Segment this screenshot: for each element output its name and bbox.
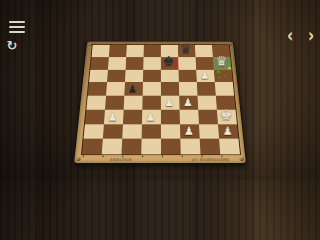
square-d8[interactable] bbox=[144, 45, 161, 57]
screw-icon bbox=[76, 157, 80, 161]
square-b2[interactable] bbox=[103, 124, 123, 139]
square-a5[interactable] bbox=[88, 82, 107, 95]
chess-board: ANALYSIS #1 BOARDGAME ★ ♛♚♛♟♟♟♟♟♟♚♟♟ +++ bbox=[73, 41, 247, 164]
square-e1[interactable] bbox=[161, 139, 181, 155]
frame-engraving-left: ANALYSIS bbox=[110, 157, 132, 162]
restart-icon[interactable] bbox=[4, 38, 20, 54]
screw-icon bbox=[239, 157, 243, 161]
square-e2[interactable] bbox=[161, 124, 180, 139]
square-g8[interactable] bbox=[195, 45, 213, 57]
square-f8[interactable] bbox=[178, 45, 196, 57]
square-f2[interactable] bbox=[180, 124, 200, 139]
square-h2[interactable] bbox=[218, 124, 239, 139]
chevron-right-icon[interactable]: › bbox=[308, 27, 314, 45]
square-g7[interactable] bbox=[196, 57, 214, 69]
square-g6[interactable] bbox=[196, 69, 215, 82]
square-e8[interactable] bbox=[161, 45, 178, 57]
square-b8[interactable] bbox=[109, 45, 127, 57]
highlight-check-red bbox=[161, 57, 179, 69]
square-a8[interactable] bbox=[92, 45, 110, 57]
chevron-left-icon[interactable]: ‹ bbox=[287, 27, 293, 45]
square-d2[interactable] bbox=[142, 124, 161, 139]
square-g3[interactable] bbox=[198, 110, 218, 124]
frame-engraving-right: #1 BOARDGAME bbox=[192, 157, 230, 162]
square-e3[interactable] bbox=[161, 110, 180, 124]
square-d3[interactable] bbox=[142, 110, 161, 124]
square-c2[interactable] bbox=[122, 124, 142, 139]
square-h4[interactable] bbox=[216, 96, 236, 110]
square-c5[interactable] bbox=[124, 82, 143, 95]
square-f1[interactable] bbox=[180, 139, 200, 155]
square-d7[interactable] bbox=[143, 57, 161, 69]
square-c8[interactable] bbox=[126, 45, 144, 57]
square-c4[interactable] bbox=[124, 96, 143, 110]
square-b7[interactable] bbox=[108, 57, 126, 69]
square-f5[interactable] bbox=[179, 82, 198, 95]
square-c3[interactable] bbox=[123, 110, 142, 124]
menu-icon[interactable] bbox=[9, 21, 25, 33]
square-a3[interactable] bbox=[85, 110, 105, 124]
square-e6[interactable] bbox=[161, 69, 179, 82]
square-b4[interactable] bbox=[105, 96, 124, 110]
square-b6[interactable] bbox=[107, 69, 126, 82]
square-g5[interactable] bbox=[197, 82, 216, 95]
square-a2[interactable] bbox=[83, 124, 103, 139]
square-d6[interactable] bbox=[143, 69, 161, 82]
square-e4[interactable] bbox=[161, 96, 180, 110]
square-f3[interactable] bbox=[180, 110, 199, 124]
square-f7[interactable] bbox=[178, 57, 196, 69]
square-g1[interactable] bbox=[200, 139, 221, 155]
square-a1[interactable] bbox=[82, 139, 103, 155]
square-c7[interactable] bbox=[126, 57, 144, 69]
square-b5[interactable] bbox=[106, 82, 125, 95]
square-c6[interactable] bbox=[125, 69, 143, 82]
square-h1[interactable] bbox=[219, 139, 240, 155]
square-b3[interactable] bbox=[104, 110, 124, 124]
star-icon: ★ bbox=[226, 66, 232, 71]
square-c1[interactable] bbox=[121, 139, 141, 155]
square-f4[interactable] bbox=[179, 96, 198, 110]
highlight-hint-green: ★ bbox=[213, 57, 232, 69]
square-a4[interactable] bbox=[86, 96, 106, 110]
square-h5[interactable] bbox=[215, 82, 234, 95]
square-f6[interactable] bbox=[179, 69, 197, 82]
square-h6[interactable] bbox=[214, 69, 233, 82]
square-a7[interactable] bbox=[90, 57, 109, 69]
square-d1[interactable] bbox=[141, 139, 161, 155]
square-h8[interactable] bbox=[212, 45, 230, 57]
square-h3[interactable] bbox=[217, 110, 237, 124]
square-d5[interactable] bbox=[143, 82, 161, 95]
square-a6[interactable] bbox=[89, 69, 108, 82]
square-g4[interactable] bbox=[198, 96, 217, 110]
square-d4[interactable] bbox=[142, 96, 161, 110]
square-b1[interactable] bbox=[102, 139, 123, 155]
square-g2[interactable] bbox=[199, 124, 219, 139]
square-e5[interactable] bbox=[161, 82, 179, 95]
board-squares: ★ bbox=[81, 44, 241, 155]
